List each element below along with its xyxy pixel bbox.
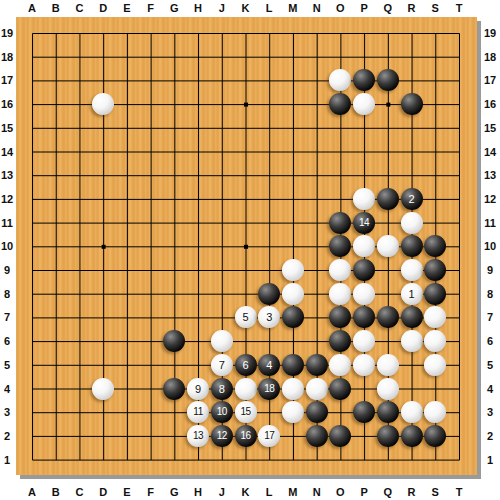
board-shadow-bottom: [20, 475, 481, 479]
row-label-left-6: 6: [0, 334, 17, 348]
row-label-left-3: 3: [0, 405, 17, 419]
col-label-top-G: G: [164, 1, 184, 15]
stone-white-R6[interactable]: [401, 330, 423, 352]
row-label-right-17: 17: [480, 73, 500, 87]
stone-black-O4[interactable]: [329, 378, 351, 400]
col-label-top-D: D: [93, 1, 113, 15]
stone-black-J3[interactable]: 10: [211, 401, 233, 423]
stone-black-L5[interactable]: 4: [258, 354, 280, 376]
row-label-right-19: 19: [480, 26, 500, 40]
stone-black-J2[interactable]: 12: [211, 425, 233, 447]
row-label-right-7: 7: [480, 310, 500, 324]
row-label-right-9: 9: [480, 263, 500, 277]
col-label-bottom-H: H: [188, 485, 208, 499]
stone-white-J5[interactable]: 7: [211, 354, 233, 376]
col-label-bottom-K: K: [236, 485, 256, 499]
stone-black-O11[interactable]: [329, 212, 351, 234]
stone-white-H2[interactable]: 13: [187, 425, 209, 447]
stone-black-N5[interactable]: [306, 354, 328, 376]
col-label-top-R: R: [402, 1, 422, 15]
row-label-left-14: 14: [0, 145, 17, 159]
col-label-bottom-A: A: [22, 485, 42, 499]
row-label-right-18: 18: [480, 50, 500, 64]
row-label-left-11: 11: [0, 216, 17, 230]
stone-black-P11[interactable]: 14: [353, 212, 375, 234]
stone-white-M9[interactable]: [282, 259, 304, 281]
col-label-bottom-G: G: [164, 485, 184, 499]
stone-white-N4[interactable]: [306, 378, 328, 400]
stone-black-S8[interactable]: [424, 283, 446, 305]
star-point: [244, 245, 248, 249]
stone-black-M5[interactable]: [282, 354, 304, 376]
row-label-left-1: 1: [0, 453, 17, 467]
row-label-left-15: 15: [0, 121, 17, 135]
stone-white-R11[interactable]: [401, 212, 423, 234]
row-label-right-10: 10: [480, 239, 500, 253]
col-label-bottom-C: C: [69, 485, 89, 499]
col-label-bottom-E: E: [117, 485, 137, 499]
col-label-bottom-O: O: [330, 485, 350, 499]
stone-black-L8[interactable]: [258, 283, 280, 305]
col-label-top-B: B: [46, 1, 66, 15]
row-label-right-16: 16: [480, 97, 500, 111]
col-label-top-C: C: [69, 1, 89, 15]
stone-white-O8[interactable]: [329, 283, 351, 305]
stone-black-R10[interactable]: [401, 235, 423, 257]
row-label-right-3: 3: [480, 405, 500, 419]
col-label-top-L: L: [259, 1, 279, 15]
go-board-screenshot: AABBCCDDEEFFGGHHJJKKLLMMNNOOPPQQRRSSTT19…: [0, 0, 500, 500]
row-label-right-15: 15: [480, 121, 500, 135]
row-label-right-4: 4: [480, 382, 500, 396]
col-label-top-M: M: [283, 1, 303, 15]
stone-white-H4[interactable]: 9: [187, 378, 209, 400]
stone-white-M8[interactable]: [282, 283, 304, 305]
stone-white-R8[interactable]: 1: [401, 283, 423, 305]
col-label-bottom-R: R: [402, 485, 422, 499]
stone-black-Q2[interactable]: [377, 425, 399, 447]
stone-white-P8[interactable]: [353, 283, 375, 305]
stone-white-M3[interactable]: [282, 401, 304, 423]
col-label-top-F: F: [141, 1, 161, 15]
col-label-top-E: E: [117, 1, 137, 15]
star-point: [102, 245, 106, 249]
row-label-left-16: 16: [0, 97, 17, 111]
col-label-bottom-B: B: [46, 485, 66, 499]
stone-white-P12[interactable]: [353, 188, 375, 210]
row-label-left-7: 7: [0, 310, 17, 324]
row-label-left-18: 18: [0, 50, 17, 64]
stone-black-L4[interactable]: 18: [258, 378, 280, 400]
col-label-bottom-S: S: [425, 485, 445, 499]
row-label-left-10: 10: [0, 239, 17, 253]
star-point: [386, 103, 390, 107]
col-label-bottom-P: P: [354, 485, 374, 499]
stone-black-S2[interactable]: [424, 425, 446, 447]
stone-white-Q5[interactable]: [377, 354, 399, 376]
col-label-top-P: P: [354, 1, 374, 15]
stone-black-K2[interactable]: 16: [235, 425, 257, 447]
col-label-top-Q: Q: [378, 1, 398, 15]
col-label-bottom-T: T: [449, 485, 469, 499]
stone-black-N2[interactable]: [306, 425, 328, 447]
stone-white-S5[interactable]: [424, 354, 446, 376]
stone-white-L2[interactable]: 17: [258, 425, 280, 447]
stone-white-K4[interactable]: [235, 378, 257, 400]
row-label-left-13: 13: [0, 168, 17, 182]
col-label-top-H: H: [188, 1, 208, 15]
col-label-bottom-L: L: [259, 485, 279, 499]
row-label-right-5: 5: [480, 358, 500, 372]
col-label-bottom-N: N: [307, 485, 327, 499]
col-label-top-T: T: [449, 1, 469, 15]
star-point: [244, 103, 248, 107]
stone-white-Q4[interactable]: [377, 378, 399, 400]
stone-black-Q12[interactable]: [377, 188, 399, 210]
stone-white-P5[interactable]: [353, 354, 375, 376]
row-label-left-2: 2: [0, 429, 17, 443]
stone-white-K7[interactable]: 5: [235, 306, 257, 328]
stone-black-R16[interactable]: [401, 93, 423, 115]
row-label-right-1: 1: [480, 453, 500, 467]
col-label-top-O: O: [330, 1, 350, 15]
stone-black-G4[interactable]: [163, 378, 185, 400]
row-label-right-8: 8: [480, 287, 500, 301]
col-label-top-J: J: [212, 1, 232, 15]
stone-white-R3[interactable]: [401, 401, 423, 423]
stone-black-N3[interactable]: [306, 401, 328, 423]
stone-white-M4[interactable]: [282, 378, 304, 400]
stone-black-R2[interactable]: [401, 425, 423, 447]
stone-white-J6[interactable]: [211, 330, 233, 352]
row-label-right-11: 11: [480, 216, 500, 230]
stone-black-Q3[interactable]: [377, 401, 399, 423]
stone-black-P9[interactable]: [353, 259, 375, 281]
stone-white-K3[interactable]: 15: [235, 401, 257, 423]
col-label-top-S: S: [425, 1, 445, 15]
row-label-right-14: 14: [480, 145, 500, 159]
col-label-top-N: N: [307, 1, 327, 15]
row-label-left-17: 17: [0, 73, 17, 87]
row-label-right-2: 2: [480, 429, 500, 443]
col-label-bottom-Q: Q: [378, 485, 398, 499]
col-label-top-A: A: [22, 1, 42, 15]
row-label-right-13: 13: [480, 168, 500, 182]
stone-white-Q10[interactable]: [377, 235, 399, 257]
stone-black-J4[interactable]: 8: [211, 378, 233, 400]
stone-black-R12[interactable]: 2: [401, 188, 423, 210]
row-label-left-9: 9: [0, 263, 17, 277]
stone-black-R7[interactable]: [401, 306, 423, 328]
stone-black-K5[interactable]: 6: [235, 354, 257, 376]
col-label-bottom-J: J: [212, 485, 232, 499]
stone-white-R9[interactable]: [401, 259, 423, 281]
col-label-bottom-D: D: [93, 485, 113, 499]
row-label-left-8: 8: [0, 287, 17, 301]
row-label-left-5: 5: [0, 358, 17, 372]
row-label-right-6: 6: [480, 334, 500, 348]
stone-white-D4[interactable]: [92, 378, 114, 400]
row-label-left-4: 4: [0, 382, 17, 396]
row-label-left-12: 12: [0, 192, 17, 206]
row-label-left-19: 19: [0, 26, 17, 40]
col-label-bottom-M: M: [283, 485, 303, 499]
row-label-right-12: 12: [480, 192, 500, 206]
col-label-bottom-F: F: [141, 485, 161, 499]
col-label-top-K: K: [236, 1, 256, 15]
